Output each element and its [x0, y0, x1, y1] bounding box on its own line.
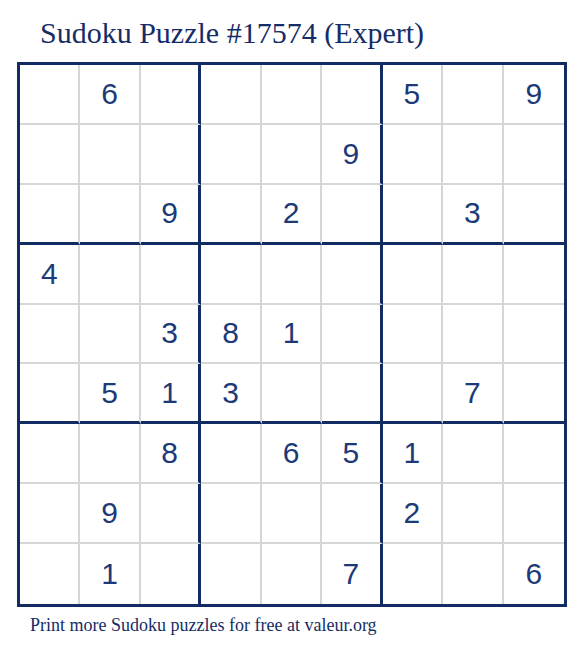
cell-r1c1[interactable] — [20, 65, 80, 125]
cell-r8c1[interactable] — [20, 484, 80, 544]
cell-r7c3[interactable]: 8 — [141, 424, 201, 484]
cell-r4c4[interactable] — [201, 245, 261, 305]
cell-r5c7[interactable] — [383, 305, 443, 365]
cell-r2c3[interactable] — [141, 125, 201, 185]
cell-r4c5[interactable] — [262, 245, 322, 305]
cell-r4c2[interactable] — [80, 245, 140, 305]
cell-r2c8[interactable] — [443, 125, 503, 185]
cell-r3c7[interactable] — [383, 185, 443, 245]
cell-r5c6[interactable] — [322, 305, 382, 365]
cell-r3c5[interactable]: 2 — [262, 185, 322, 245]
cell-r6c1[interactable] — [20, 364, 80, 424]
cell-r4c1[interactable]: 4 — [20, 245, 80, 305]
footer-text: Print more Sudoku puzzles for free at va… — [30, 615, 377, 636]
cell-r2c5[interactable] — [262, 125, 322, 185]
cell-r1c3[interactable] — [141, 65, 201, 125]
cell-r6c6[interactable] — [322, 364, 382, 424]
cell-r8c5[interactable] — [262, 484, 322, 544]
cell-r3c6[interactable] — [322, 185, 382, 245]
cell-r9c1[interactable] — [20, 544, 80, 604]
cell-r8c2[interactable]: 9 — [80, 484, 140, 544]
cell-r3c8[interactable]: 3 — [443, 185, 503, 245]
cell-r5c2[interactable] — [80, 305, 140, 365]
cell-r6c8[interactable]: 7 — [443, 364, 503, 424]
cell-r3c9[interactable] — [504, 185, 564, 245]
cell-r6c3[interactable]: 1 — [141, 364, 201, 424]
cell-r8c9[interactable] — [504, 484, 564, 544]
cell-r4c9[interactable] — [504, 245, 564, 305]
cell-r9c8[interactable] — [443, 544, 503, 604]
cell-r6c2[interactable]: 5 — [80, 364, 140, 424]
cell-r5c3[interactable]: 3 — [141, 305, 201, 365]
cell-r2c1[interactable] — [20, 125, 80, 185]
cell-r4c3[interactable] — [141, 245, 201, 305]
cell-r1c5[interactable] — [262, 65, 322, 125]
cell-r8c7[interactable]: 2 — [383, 484, 443, 544]
page-title: Sudoku Puzzle #17574 (Expert) — [40, 16, 424, 49]
cell-r8c3[interactable] — [141, 484, 201, 544]
cell-r5c4[interactable]: 8 — [201, 305, 261, 365]
cell-r3c4[interactable] — [201, 185, 261, 245]
cell-r3c3[interactable]: 9 — [141, 185, 201, 245]
cell-r1c9[interactable]: 9 — [504, 65, 564, 125]
cell-r1c7[interactable]: 5 — [383, 65, 443, 125]
cell-r1c4[interactable] — [201, 65, 261, 125]
cell-r9c4[interactable] — [201, 544, 261, 604]
cell-r9c3[interactable] — [141, 544, 201, 604]
cell-r8c6[interactable] — [322, 484, 382, 544]
cell-r5c9[interactable] — [504, 305, 564, 365]
cell-r1c2[interactable]: 6 — [80, 65, 140, 125]
cell-r7c7[interactable]: 1 — [383, 424, 443, 484]
cell-r2c2[interactable] — [80, 125, 140, 185]
cell-r1c6[interactable] — [322, 65, 382, 125]
cell-r7c8[interactable] — [443, 424, 503, 484]
cell-r6c5[interactable] — [262, 364, 322, 424]
cell-r4c8[interactable] — [443, 245, 503, 305]
cell-r6c4[interactable]: 3 — [201, 364, 261, 424]
cell-r5c8[interactable] — [443, 305, 503, 365]
cell-r7c4[interactable] — [201, 424, 261, 484]
cell-r7c1[interactable] — [20, 424, 80, 484]
page: Sudoku Puzzle #17574 (Expert) 6599923438… — [0, 0, 580, 651]
cell-r5c5[interactable]: 1 — [262, 305, 322, 365]
cell-r1c8[interactable] — [443, 65, 503, 125]
cell-r4c6[interactable] — [322, 245, 382, 305]
cell-r8c4[interactable] — [201, 484, 261, 544]
cell-r2c4[interactable] — [201, 125, 261, 185]
cell-r5c1[interactable] — [20, 305, 80, 365]
cell-r7c5[interactable]: 6 — [262, 424, 322, 484]
cell-r6c7[interactable] — [383, 364, 443, 424]
cell-r9c5[interactable] — [262, 544, 322, 604]
cell-r2c6[interactable]: 9 — [322, 125, 382, 185]
cell-r9c9[interactable]: 6 — [504, 544, 564, 604]
cell-r8c8[interactable] — [443, 484, 503, 544]
cell-r9c7[interactable] — [383, 544, 443, 604]
cell-r2c7[interactable] — [383, 125, 443, 185]
cell-r7c6[interactable]: 5 — [322, 424, 382, 484]
cell-r7c2[interactable] — [80, 424, 140, 484]
cell-r3c2[interactable] — [80, 185, 140, 245]
cell-r3c1[interactable] — [20, 185, 80, 245]
cell-r2c9[interactable] — [504, 125, 564, 185]
cell-r4c7[interactable] — [383, 245, 443, 305]
cell-r6c9[interactable] — [504, 364, 564, 424]
cell-r9c2[interactable]: 1 — [80, 544, 140, 604]
sudoku-grid: 659992343815137865192176 — [17, 62, 567, 607]
cell-r9c6[interactable]: 7 — [322, 544, 382, 604]
cell-r7c9[interactable] — [504, 424, 564, 484]
